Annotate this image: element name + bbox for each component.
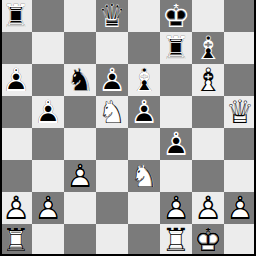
- square-g6[interactable]: ♝♗: [192, 64, 224, 96]
- piece-black-knight[interactable]: ♞♘: [64, 64, 96, 96]
- square-a5[interactable]: [0, 96, 32, 128]
- piece-outline-glyph: ♘: [128, 159, 160, 191]
- square-g5[interactable]: [192, 96, 224, 128]
- piece-outline-glyph: ♗: [192, 31, 224, 63]
- square-f1[interactable]: ♜♖: [160, 224, 192, 256]
- square-f3[interactable]: [160, 160, 192, 192]
- square-h1[interactable]: [224, 224, 256, 256]
- square-h2[interactable]: ♟♙: [224, 192, 256, 224]
- square-a8[interactable]: ♜♖: [0, 0, 32, 32]
- piece-black-pawn[interactable]: ♟♙: [96, 64, 128, 96]
- square-b1[interactable]: [32, 224, 64, 256]
- square-g7[interactable]: ♝♗: [192, 32, 224, 64]
- piece-black-pawn[interactable]: ♟♙: [128, 96, 160, 128]
- piece-outline-glyph: ♙: [64, 159, 96, 191]
- chess-board-container: ♜♖♛♕♚♔♜♖♝♗♟♙♞♘♟♙♝♗♝♗♟♙♞♘♟♙♛♕♟♙♟♙♞♘♟♙♟♙♟♙…: [0, 0, 256, 256]
- piece-white-knight[interactable]: ♞♘: [128, 160, 160, 192]
- piece-outline-glyph: ♙: [160, 191, 192, 223]
- square-h7[interactable]: [224, 32, 256, 64]
- piece-outline-glyph: ♙: [192, 191, 224, 223]
- piece-outline-glyph: ♙: [128, 95, 160, 127]
- piece-white-pawn[interactable]: ♟♙: [160, 192, 192, 224]
- square-g3[interactable]: [192, 160, 224, 192]
- square-e1[interactable]: [128, 224, 160, 256]
- square-b8[interactable]: [32, 0, 64, 32]
- square-d1[interactable]: [96, 224, 128, 256]
- square-a6[interactable]: ♟♙: [0, 64, 32, 96]
- piece-outline-glyph: ♔: [160, 0, 192, 31]
- square-f6[interactable]: [160, 64, 192, 96]
- square-c4[interactable]: [64, 128, 96, 160]
- piece-outline-glyph: ♗: [128, 63, 160, 95]
- piece-outline-glyph: ♙: [96, 63, 128, 95]
- piece-white-rook[interactable]: ♜♖: [0, 224, 32, 256]
- square-c8[interactable]: [64, 0, 96, 32]
- piece-outline-glyph: ♕: [96, 0, 128, 31]
- piece-outline-glyph: ♙: [32, 191, 64, 223]
- square-a4[interactable]: [0, 128, 32, 160]
- piece-outline-glyph: ♘: [96, 95, 128, 127]
- piece-outline-glyph: ♙: [224, 191, 256, 223]
- square-c1[interactable]: [64, 224, 96, 256]
- square-f7[interactable]: ♜♖: [160, 32, 192, 64]
- piece-white-rook[interactable]: ♜♖: [160, 224, 192, 256]
- piece-outline-glyph: ♗: [192, 63, 224, 95]
- piece-white-knight[interactable]: ♞♘: [96, 96, 128, 128]
- piece-black-rook[interactable]: ♜♖: [160, 32, 192, 64]
- square-h4[interactable]: [224, 128, 256, 160]
- square-e2[interactable]: [128, 192, 160, 224]
- piece-outline-glyph: ♖: [0, 0, 32, 31]
- square-b7[interactable]: [32, 32, 64, 64]
- piece-outline-glyph: ♙: [32, 95, 64, 127]
- square-c6[interactable]: ♞♘: [64, 64, 96, 96]
- square-d8[interactable]: ♛♕: [96, 0, 128, 32]
- square-f8[interactable]: ♚♔: [160, 0, 192, 32]
- piece-white-king[interactable]: ♚♔: [192, 224, 224, 256]
- piece-outline-glyph: ♘: [64, 63, 96, 95]
- piece-black-rook[interactable]: ♜♖: [0, 0, 32, 32]
- square-e5[interactable]: ♟♙: [128, 96, 160, 128]
- piece-outline-glyph: ♖: [0, 223, 32, 255]
- square-g1[interactable]: ♚♔: [192, 224, 224, 256]
- square-a7[interactable]: [0, 32, 32, 64]
- square-f2[interactable]: ♟♙: [160, 192, 192, 224]
- piece-white-pawn[interactable]: ♟♙: [64, 160, 96, 192]
- piece-outline-glyph: ♖: [160, 31, 192, 63]
- square-b4[interactable]: [32, 128, 64, 160]
- square-h6[interactable]: [224, 64, 256, 96]
- square-d3[interactable]: [96, 160, 128, 192]
- square-d5[interactable]: ♞♘: [96, 96, 128, 128]
- piece-outline-glyph: ♙: [160, 127, 192, 159]
- square-a3[interactable]: [0, 160, 32, 192]
- square-b6[interactable]: [32, 64, 64, 96]
- piece-outline-glyph: ♙: [0, 191, 32, 223]
- square-c2[interactable]: [64, 192, 96, 224]
- square-d7[interactable]: [96, 32, 128, 64]
- square-e6[interactable]: ♝♗: [128, 64, 160, 96]
- square-d6[interactable]: ♟♙: [96, 64, 128, 96]
- piece-black-pawn[interactable]: ♟♙: [32, 96, 64, 128]
- square-e7[interactable]: [128, 32, 160, 64]
- square-e3[interactable]: ♞♘: [128, 160, 160, 192]
- square-d2[interactable]: [96, 192, 128, 224]
- square-b3[interactable]: [32, 160, 64, 192]
- piece-black-pawn[interactable]: ♟♙: [160, 128, 192, 160]
- piece-white-pawn[interactable]: ♟♙: [0, 192, 32, 224]
- chess-board: ♜♖♛♕♚♔♜♖♝♗♟♙♞♘♟♙♝♗♝♗♟♙♞♘♟♙♛♕♟♙♟♙♞♘♟♙♟♙♟♙…: [0, 0, 256, 256]
- square-h8[interactable]: [224, 0, 256, 32]
- piece-black-pawn[interactable]: ♟♙: [0, 64, 32, 96]
- square-c7[interactable]: [64, 32, 96, 64]
- square-a2[interactable]: ♟♙: [0, 192, 32, 224]
- piece-outline-glyph: ♔: [192, 223, 224, 255]
- square-h5[interactable]: ♛♕: [224, 96, 256, 128]
- square-f4[interactable]: ♟♙: [160, 128, 192, 160]
- square-c5[interactable]: [64, 96, 96, 128]
- square-b2[interactable]: ♟♙: [32, 192, 64, 224]
- square-b5[interactable]: ♟♙: [32, 96, 64, 128]
- piece-white-pawn[interactable]: ♟♙: [192, 192, 224, 224]
- square-d4[interactable]: [96, 128, 128, 160]
- piece-outline-glyph: ♙: [0, 63, 32, 95]
- square-e4[interactable]: [128, 128, 160, 160]
- piece-white-pawn[interactable]: ♟♙: [32, 192, 64, 224]
- piece-outline-glyph: ♕: [224, 95, 256, 127]
- piece-black-bishop[interactable]: ♝♗: [192, 32, 224, 64]
- square-g4[interactable]: [192, 128, 224, 160]
- piece-outline-glyph: ♖: [160, 223, 192, 255]
- square-h3[interactable]: [224, 160, 256, 192]
- square-c3[interactable]: ♟♙: [64, 160, 96, 192]
- piece-white-pawn[interactable]: ♟♙: [224, 192, 256, 224]
- square-g2[interactable]: ♟♙: [192, 192, 224, 224]
- square-f5[interactable]: [160, 96, 192, 128]
- piece-white-queen[interactable]: ♛♕: [224, 96, 256, 128]
- square-g8[interactable]: [192, 0, 224, 32]
- piece-black-queen[interactable]: ♛♕: [96, 0, 128, 32]
- piece-white-bishop[interactable]: ♝♗: [192, 64, 224, 96]
- piece-black-bishop[interactable]: ♝♗: [128, 64, 160, 96]
- square-e8[interactable]: [128, 0, 160, 32]
- square-a1[interactable]: ♜♖: [0, 224, 32, 256]
- piece-black-king[interactable]: ♚♔: [160, 0, 192, 32]
